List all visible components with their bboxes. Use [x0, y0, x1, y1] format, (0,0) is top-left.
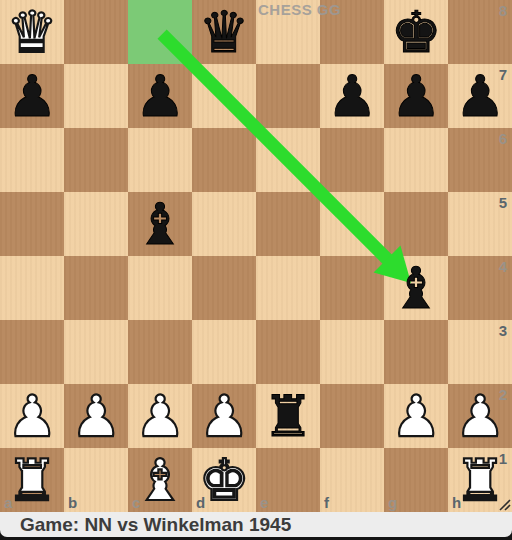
- piece-white-pawn-h2[interactable]: ♟: [448, 384, 512, 448]
- piece-black-pawn-g7[interactable]: ♟: [384, 64, 448, 128]
- piece-black-bishop-c5[interactable]: ♝: [128, 192, 192, 256]
- square-f7[interactable]: ♟: [320, 64, 384, 128]
- file-label-f: f: [324, 494, 329, 511]
- square-b2[interactable]: ♟: [64, 384, 128, 448]
- chess-board[interactable]: ♛♛♚8♟♟♟♟7♟6♝5♝43♟♟♟♟♜♟2♟a♜bc♝d♚efg1h♜: [0, 0, 512, 512]
- square-f4[interactable]: [320, 256, 384, 320]
- square-e6[interactable]: [256, 128, 320, 192]
- square-b4[interactable]: [64, 256, 128, 320]
- square-b8[interactable]: [64, 0, 128, 64]
- piece-black-pawn-f7[interactable]: ♟: [320, 64, 384, 128]
- square-a6[interactable]: [0, 128, 64, 192]
- square-d8[interactable]: ♛: [192, 0, 256, 64]
- square-d6[interactable]: [192, 128, 256, 192]
- piece-black-king-g8[interactable]: ♚: [384, 0, 448, 64]
- piece-white-bishop-c1[interactable]: ♝: [128, 448, 192, 512]
- piece-black-rook-e2[interactable]: ♜: [256, 384, 320, 448]
- game-title: Game: NN vs Winkelman 1945: [0, 514, 291, 536]
- square-e8[interactable]: [256, 0, 320, 64]
- square-c8[interactable]: [128, 0, 192, 64]
- square-g2[interactable]: ♟: [384, 384, 448, 448]
- square-h6[interactable]: 6: [448, 128, 512, 192]
- square-a7[interactable]: ♟: [0, 64, 64, 128]
- square-f2[interactable]: [320, 384, 384, 448]
- piece-white-pawn-b2[interactable]: ♟: [64, 384, 128, 448]
- square-d7[interactable]: [192, 64, 256, 128]
- piece-white-rook-a1[interactable]: ♜: [0, 448, 64, 512]
- square-h2[interactable]: 2♟: [448, 384, 512, 448]
- piece-black-queen-d8[interactable]: ♛: [192, 0, 256, 64]
- file-label-e: e: [260, 494, 268, 511]
- status-bar-container: Game: NN vs Winkelman 1945: [0, 512, 512, 540]
- square-g3[interactable]: [384, 320, 448, 384]
- square-b5[interactable]: [64, 192, 128, 256]
- square-e7[interactable]: [256, 64, 320, 128]
- square-f1[interactable]: f: [320, 448, 384, 512]
- square-e5[interactable]: [256, 192, 320, 256]
- piece-white-pawn-a2[interactable]: ♟: [0, 384, 64, 448]
- piece-black-pawn-h7[interactable]: ♟: [448, 64, 512, 128]
- rank-label-6: 6: [499, 130, 507, 147]
- square-f8[interactable]: [320, 0, 384, 64]
- square-b1[interactable]: b: [64, 448, 128, 512]
- square-d3[interactable]: [192, 320, 256, 384]
- square-e3[interactable]: [256, 320, 320, 384]
- square-a4[interactable]: [0, 256, 64, 320]
- piece-white-king-d1[interactable]: ♚: [192, 448, 256, 512]
- square-g5[interactable]: [384, 192, 448, 256]
- square-d5[interactable]: [192, 192, 256, 256]
- square-b6[interactable]: [64, 128, 128, 192]
- rank-label-3: 3: [499, 322, 507, 339]
- square-d1[interactable]: d♚: [192, 448, 256, 512]
- square-h3[interactable]: 3: [448, 320, 512, 384]
- square-g6[interactable]: [384, 128, 448, 192]
- square-c3[interactable]: [128, 320, 192, 384]
- square-b7[interactable]: [64, 64, 128, 128]
- square-g8[interactable]: ♚: [384, 0, 448, 64]
- square-d2[interactable]: ♟: [192, 384, 256, 448]
- square-h7[interactable]: 7♟: [448, 64, 512, 128]
- piece-black-pawn-a7[interactable]: ♟: [0, 64, 64, 128]
- square-a5[interactable]: [0, 192, 64, 256]
- square-a1[interactable]: a♜: [0, 448, 64, 512]
- square-c2[interactable]: ♟: [128, 384, 192, 448]
- piece-white-pawn-g2[interactable]: ♟: [384, 384, 448, 448]
- square-a3[interactable]: [0, 320, 64, 384]
- chess-app-window: ♛♛♚8♟♟♟♟7♟6♝5♝43♟♟♟♟♜♟2♟a♜bc♝d♚efg1h♜ CH…: [0, 0, 512, 540]
- rank-label-5: 5: [499, 194, 507, 211]
- square-e1[interactable]: e: [256, 448, 320, 512]
- square-c1[interactable]: c♝: [128, 448, 192, 512]
- square-h4[interactable]: 4: [448, 256, 512, 320]
- rank-label-4: 4: [499, 258, 507, 275]
- square-c6[interactable]: [128, 128, 192, 192]
- square-e2[interactable]: ♜: [256, 384, 320, 448]
- resize-grip-icon[interactable]: [497, 497, 511, 511]
- square-g1[interactable]: g: [384, 448, 448, 512]
- square-c5[interactable]: ♝: [128, 192, 192, 256]
- piece-black-bishop-g4[interactable]: ♝: [384, 256, 448, 320]
- square-b3[interactable]: [64, 320, 128, 384]
- square-f6[interactable]: [320, 128, 384, 192]
- file-label-g: g: [388, 494, 397, 511]
- piece-white-pawn-c2[interactable]: ♟: [128, 384, 192, 448]
- piece-white-queen-a8[interactable]: ♛: [0, 0, 64, 64]
- square-e4[interactable]: [256, 256, 320, 320]
- piece-black-pawn-c7[interactable]: ♟: [128, 64, 192, 128]
- square-a8[interactable]: ♛: [0, 0, 64, 64]
- square-g7[interactable]: ♟: [384, 64, 448, 128]
- square-a2[interactable]: ♟: [0, 384, 64, 448]
- square-f3[interactable]: [320, 320, 384, 384]
- piece-white-pawn-d2[interactable]: ♟: [192, 384, 256, 448]
- square-c7[interactable]: ♟: [128, 64, 192, 128]
- square-d4[interactable]: [192, 256, 256, 320]
- square-c4[interactable]: [128, 256, 192, 320]
- square-g4[interactable]: ♝: [384, 256, 448, 320]
- rank-label-8: 8: [499, 2, 507, 19]
- square-h5[interactable]: 5: [448, 192, 512, 256]
- square-f5[interactable]: [320, 192, 384, 256]
- file-label-b: b: [68, 494, 77, 511]
- square-h8[interactable]: 8: [448, 0, 512, 64]
- status-bar: Game: NN vs Winkelman 1945: [0, 512, 512, 537]
